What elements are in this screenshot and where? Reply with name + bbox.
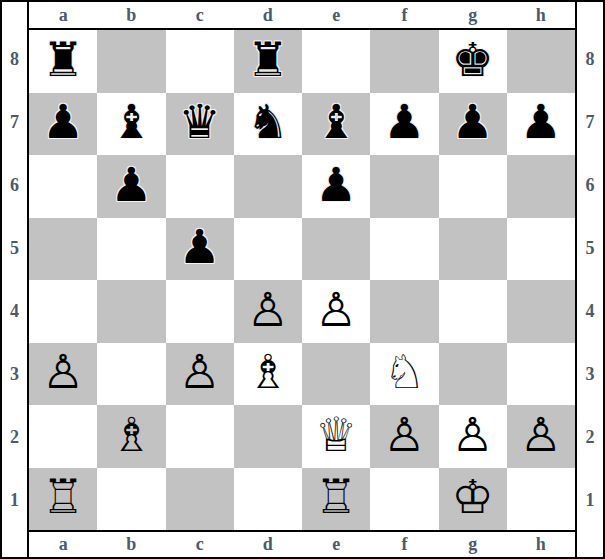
file-label-g-bottom: g (439, 532, 507, 557)
white-pawn: ♙ (452, 411, 494, 458)
square-c3[interactable]: ♙ (166, 343, 234, 406)
file-label-g-top: g (439, 2, 507, 28)
square-h4[interactable] (507, 280, 575, 343)
file-label-b-top: b (97, 2, 165, 28)
rank-label-2-left: 2 (2, 406, 27, 469)
file-label-h-top: h (507, 2, 575, 28)
white-pawn: ♙ (315, 286, 357, 333)
corner-bottom-right (577, 532, 603, 557)
black-rook: ♜ (247, 36, 289, 83)
square-e1[interactable]: ♖ (302, 468, 370, 531)
square-d2[interactable] (234, 405, 302, 468)
square-c6[interactable] (166, 155, 234, 218)
square-a8[interactable]: ♜ (29, 30, 97, 93)
file-label-f-top: f (370, 2, 438, 28)
black-pawn: ♟ (520, 98, 562, 145)
rank-label-3-left: 3 (2, 343, 27, 406)
black-rook: ♜ (42, 36, 84, 83)
black-bishop: ♝ (110, 98, 152, 145)
black-pawn: ♟ (315, 161, 357, 208)
file-label-c-bottom: c (166, 532, 234, 557)
square-d1[interactable] (234, 468, 302, 531)
rank-label-7-left: 7 (2, 91, 27, 154)
square-h7[interactable]: ♟ (507, 93, 575, 156)
square-f8[interactable] (370, 30, 438, 93)
square-e7[interactable]: ♝ (302, 93, 370, 156)
square-g5[interactable] (439, 218, 507, 281)
square-f5[interactable] (370, 218, 438, 281)
square-b8[interactable] (97, 30, 165, 93)
square-b2[interactable]: ♗ (97, 405, 165, 468)
square-a3[interactable]: ♙ (29, 343, 97, 406)
square-g2[interactable]: ♙ (439, 405, 507, 468)
chess-diagram: abcdefgh 87654321 ♜♜♚♟♝♛♞♝♟♟♟♟♟♟♙♙♙♙♗♘♗♕… (0, 0, 605, 559)
square-f1[interactable] (370, 468, 438, 531)
white-bishop: ♗ (247, 348, 289, 395)
square-f4[interactable] (370, 280, 438, 343)
white-pawn: ♙ (383, 411, 425, 458)
rank-label-1-left: 1 (2, 469, 27, 532)
square-d6[interactable] (234, 155, 302, 218)
file-labels-top: abcdefgh (27, 2, 577, 28)
square-g1[interactable]: ♔ (439, 468, 507, 531)
square-a2[interactable] (29, 405, 97, 468)
square-d5[interactable] (234, 218, 302, 281)
file-labels-bottom: abcdefgh (27, 532, 577, 557)
square-b6[interactable]: ♟ (97, 155, 165, 218)
square-c5[interactable]: ♟ (166, 218, 234, 281)
square-b5[interactable] (97, 218, 165, 281)
square-e8[interactable] (302, 30, 370, 93)
file-label-a-top: a (29, 2, 97, 28)
file-label-e-top: e (302, 2, 370, 28)
square-c7[interactable]: ♛ (166, 93, 234, 156)
square-h6[interactable] (507, 155, 575, 218)
square-b1[interactable] (97, 468, 165, 531)
square-g6[interactable] (439, 155, 507, 218)
rank-label-6-right: 6 (577, 154, 603, 217)
black-pawn: ♟ (179, 223, 221, 270)
corner-top-right (577, 2, 603, 28)
corner-bottom-left (2, 532, 27, 557)
white-bishop: ♗ (110, 411, 152, 458)
square-a4[interactable] (29, 280, 97, 343)
rank-label-5-left: 5 (2, 217, 27, 280)
white-knight: ♘ (383, 348, 425, 395)
white-queen: ♕ (315, 411, 357, 458)
rank-labels-right: 87654321 (577, 28, 603, 532)
square-f7[interactable]: ♟ (370, 93, 438, 156)
square-d8[interactable]: ♜ (234, 30, 302, 93)
file-label-h-bottom: h (507, 532, 575, 557)
chess-board: ♜♜♚♟♝♛♞♝♟♟♟♟♟♟♙♙♙♙♗♘♗♕♙♙♙♖♖♔ (27, 28, 577, 532)
square-g8[interactable]: ♚ (439, 30, 507, 93)
square-d3[interactable]: ♗ (234, 343, 302, 406)
square-d7[interactable]: ♞ (234, 93, 302, 156)
square-c8[interactable] (166, 30, 234, 93)
square-c2[interactable] (166, 405, 234, 468)
square-g4[interactable] (439, 280, 507, 343)
rank-label-3-right: 3 (577, 343, 603, 406)
rank-label-7-right: 7 (577, 91, 603, 154)
rank-label-6-left: 6 (2, 154, 27, 217)
square-a5[interactable] (29, 218, 97, 281)
black-king: ♚ (452, 36, 494, 83)
rank-label-5-right: 5 (577, 217, 603, 280)
white-pawn: ♙ (520, 411, 562, 458)
square-c4[interactable] (166, 280, 234, 343)
white-pawn: ♙ (42, 348, 84, 395)
rank-label-4-left: 4 (2, 280, 27, 343)
file-label-a-bottom: a (29, 532, 97, 557)
square-h2[interactable]: ♙ (507, 405, 575, 468)
square-a7[interactable]: ♟ (29, 93, 97, 156)
black-bishop: ♝ (315, 98, 357, 145)
square-f3[interactable]: ♘ (370, 343, 438, 406)
white-pawn: ♙ (247, 286, 289, 333)
square-g7[interactable]: ♟ (439, 93, 507, 156)
file-label-b-bottom: b (97, 532, 165, 557)
rank-label-2-right: 2 (577, 406, 603, 469)
square-f6[interactable] (370, 155, 438, 218)
corner-top-left (2, 2, 27, 28)
black-knight: ♞ (247, 98, 289, 145)
square-h5[interactable] (507, 218, 575, 281)
file-label-e-bottom: e (302, 532, 370, 557)
file-label-d-top: d (234, 2, 302, 28)
square-e3[interactable] (302, 343, 370, 406)
rank-label-4-right: 4 (577, 280, 603, 343)
rank-label-1-right: 1 (577, 469, 603, 532)
black-pawn: ♟ (452, 98, 494, 145)
square-e6[interactable]: ♟ (302, 155, 370, 218)
square-g3[interactable] (439, 343, 507, 406)
rank-label-8-left: 8 (2, 28, 27, 91)
square-b3[interactable] (97, 343, 165, 406)
black-queen: ♛ (179, 98, 221, 145)
square-e4[interactable]: ♙ (302, 280, 370, 343)
black-pawn: ♟ (42, 98, 84, 145)
square-c1[interactable] (166, 468, 234, 531)
square-d4[interactable]: ♙ (234, 280, 302, 343)
rank-label-8-right: 8 (577, 28, 603, 91)
file-label-c-top: c (166, 2, 234, 28)
square-b4[interactable] (97, 280, 165, 343)
square-a6[interactable] (29, 155, 97, 218)
square-e2[interactable]: ♕ (302, 405, 370, 468)
square-f2[interactable]: ♙ (370, 405, 438, 468)
square-h1[interactable] (507, 468, 575, 531)
square-b7[interactable]: ♝ (97, 93, 165, 156)
square-h3[interactable] (507, 343, 575, 406)
white-king: ♔ (452, 473, 494, 520)
black-pawn: ♟ (110, 161, 152, 208)
white-rook: ♖ (42, 473, 84, 520)
square-h8[interactable] (507, 30, 575, 93)
white-rook: ♖ (315, 473, 357, 520)
file-label-d-bottom: d (234, 532, 302, 557)
square-e5[interactable] (302, 218, 370, 281)
black-pawn: ♟ (383, 98, 425, 145)
white-pawn: ♙ (179, 348, 221, 395)
square-a1[interactable]: ♖ (29, 468, 97, 531)
file-label-f-bottom: f (370, 532, 438, 557)
rank-labels-left: 87654321 (2, 28, 27, 532)
